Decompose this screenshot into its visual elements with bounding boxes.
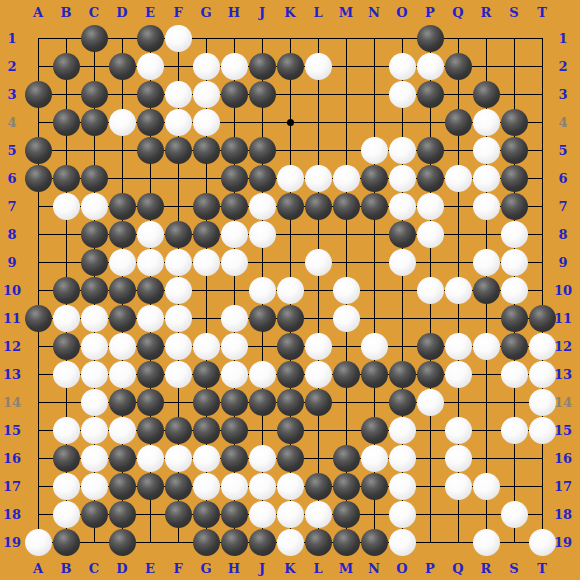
intersection-Q12[interactable] [444, 332, 472, 360]
intersection-G14[interactable] [192, 388, 220, 416]
intersection-K7[interactable] [276, 192, 304, 220]
intersection-S12[interactable] [500, 332, 528, 360]
intersection-T1[interactable] [528, 24, 556, 52]
intersection-H18[interactable] [220, 500, 248, 528]
intersection-O4[interactable] [388, 108, 416, 136]
intersection-D6[interactable] [108, 164, 136, 192]
intersection-O13[interactable] [388, 360, 416, 388]
intersection-O1[interactable] [388, 24, 416, 52]
intersection-O11[interactable] [388, 304, 416, 332]
intersection-L8[interactable] [304, 220, 332, 248]
intersection-F6[interactable] [164, 164, 192, 192]
intersection-G15[interactable] [192, 416, 220, 444]
intersection-G1[interactable] [192, 24, 220, 52]
intersection-B19[interactable] [52, 528, 80, 556]
intersection-C13[interactable] [80, 360, 108, 388]
intersection-N6[interactable] [360, 164, 388, 192]
intersection-T14[interactable] [528, 388, 556, 416]
intersection-Q15[interactable] [444, 416, 472, 444]
intersection-J3[interactable] [248, 80, 276, 108]
intersection-F11[interactable] [164, 304, 192, 332]
intersection-B10[interactable] [52, 276, 80, 304]
intersection-S17[interactable] [500, 472, 528, 500]
intersection-P10[interactable] [416, 276, 444, 304]
intersection-N1[interactable] [360, 24, 388, 52]
intersection-D11[interactable] [108, 304, 136, 332]
intersection-J14[interactable] [248, 388, 276, 416]
intersection-B5[interactable] [52, 136, 80, 164]
intersection-D5[interactable] [108, 136, 136, 164]
intersection-T13[interactable] [528, 360, 556, 388]
intersection-K19[interactable] [276, 528, 304, 556]
intersection-D15[interactable] [108, 416, 136, 444]
intersection-Q4[interactable] [444, 108, 472, 136]
intersection-R17[interactable] [472, 472, 500, 500]
intersection-Q9[interactable] [444, 248, 472, 276]
intersection-L13[interactable] [304, 360, 332, 388]
intersection-P18[interactable] [416, 500, 444, 528]
intersection-H1[interactable] [220, 24, 248, 52]
intersection-P5[interactable] [416, 136, 444, 164]
intersection-E10[interactable] [136, 276, 164, 304]
intersection-E3[interactable] [136, 80, 164, 108]
intersection-O16[interactable] [388, 444, 416, 472]
intersection-A16[interactable] [24, 444, 52, 472]
intersection-J16[interactable] [248, 444, 276, 472]
intersection-G4[interactable] [192, 108, 220, 136]
intersection-O17[interactable] [388, 472, 416, 500]
intersection-F14[interactable] [164, 388, 192, 416]
intersection-T4[interactable] [528, 108, 556, 136]
intersection-T6[interactable] [528, 164, 556, 192]
intersection-B11[interactable] [52, 304, 80, 332]
intersection-R12[interactable] [472, 332, 500, 360]
intersection-S9[interactable] [500, 248, 528, 276]
intersection-O6[interactable] [388, 164, 416, 192]
intersection-R4[interactable] [472, 108, 500, 136]
intersection-B18[interactable] [52, 500, 80, 528]
intersection-K8[interactable] [276, 220, 304, 248]
intersection-P9[interactable] [416, 248, 444, 276]
intersection-G9[interactable] [192, 248, 220, 276]
intersection-N3[interactable] [360, 80, 388, 108]
intersection-R16[interactable] [472, 444, 500, 472]
intersection-K6[interactable] [276, 164, 304, 192]
intersection-L15[interactable] [304, 416, 332, 444]
intersection-A8[interactable] [24, 220, 52, 248]
intersection-J6[interactable] [248, 164, 276, 192]
intersection-E15[interactable] [136, 416, 164, 444]
intersection-P11[interactable] [416, 304, 444, 332]
intersection-M7[interactable] [332, 192, 360, 220]
intersection-E13[interactable] [136, 360, 164, 388]
intersection-D3[interactable] [108, 80, 136, 108]
intersection-M3[interactable] [332, 80, 360, 108]
intersection-O19[interactable] [388, 528, 416, 556]
intersection-M12[interactable] [332, 332, 360, 360]
intersection-D18[interactable] [108, 500, 136, 528]
intersection-H16[interactable] [220, 444, 248, 472]
intersection-K1[interactable] [276, 24, 304, 52]
intersection-C19[interactable] [80, 528, 108, 556]
intersection-A13[interactable] [24, 360, 52, 388]
intersection-F1[interactable] [164, 24, 192, 52]
intersection-S8[interactable] [500, 220, 528, 248]
intersection-P15[interactable] [416, 416, 444, 444]
intersection-J1[interactable] [248, 24, 276, 52]
intersection-S16[interactable] [500, 444, 528, 472]
intersection-G13[interactable] [192, 360, 220, 388]
intersection-E8[interactable] [136, 220, 164, 248]
intersection-O14[interactable] [388, 388, 416, 416]
intersection-Q10[interactable] [444, 276, 472, 304]
intersection-B14[interactable] [52, 388, 80, 416]
intersection-R2[interactable] [472, 52, 500, 80]
intersection-E19[interactable] [136, 528, 164, 556]
intersection-S19[interactable] [500, 528, 528, 556]
intersection-C5[interactable] [80, 136, 108, 164]
intersection-M1[interactable] [332, 24, 360, 52]
intersection-O15[interactable] [388, 416, 416, 444]
intersection-L7[interactable] [304, 192, 332, 220]
intersection-J10[interactable] [248, 276, 276, 304]
intersection-G8[interactable] [192, 220, 220, 248]
intersection-J12[interactable] [248, 332, 276, 360]
intersection-G18[interactable] [192, 500, 220, 528]
intersection-M8[interactable] [332, 220, 360, 248]
intersection-M18[interactable] [332, 500, 360, 528]
intersection-R7[interactable] [472, 192, 500, 220]
intersection-B8[interactable] [52, 220, 80, 248]
intersection-A9[interactable] [24, 248, 52, 276]
intersection-B15[interactable] [52, 416, 80, 444]
intersection-A11[interactable] [24, 304, 52, 332]
intersection-C6[interactable] [80, 164, 108, 192]
intersection-G7[interactable] [192, 192, 220, 220]
intersection-J15[interactable] [248, 416, 276, 444]
intersection-F4[interactable] [164, 108, 192, 136]
intersection-Q18[interactable] [444, 500, 472, 528]
intersection-F2[interactable] [164, 52, 192, 80]
intersection-N7[interactable] [360, 192, 388, 220]
intersection-C1[interactable] [80, 24, 108, 52]
intersection-C15[interactable] [80, 416, 108, 444]
intersection-K10[interactable] [276, 276, 304, 304]
intersection-E14[interactable] [136, 388, 164, 416]
intersection-A12[interactable] [24, 332, 52, 360]
intersection-B6[interactable] [52, 164, 80, 192]
intersection-F12[interactable] [164, 332, 192, 360]
intersection-L10[interactable] [304, 276, 332, 304]
intersection-K2[interactable] [276, 52, 304, 80]
intersection-S10[interactable] [500, 276, 528, 304]
intersection-B17[interactable] [52, 472, 80, 500]
intersection-A4[interactable] [24, 108, 52, 136]
intersection-D16[interactable] [108, 444, 136, 472]
intersection-L2[interactable] [304, 52, 332, 80]
intersection-P14[interactable] [416, 388, 444, 416]
intersection-D1[interactable] [108, 24, 136, 52]
intersection-L5[interactable] [304, 136, 332, 164]
intersection-A19[interactable] [24, 528, 52, 556]
intersection-N16[interactable] [360, 444, 388, 472]
intersection-M15[interactable] [332, 416, 360, 444]
intersection-S1[interactable] [500, 24, 528, 52]
intersection-L17[interactable] [304, 472, 332, 500]
intersection-A14[interactable] [24, 388, 52, 416]
intersection-L11[interactable] [304, 304, 332, 332]
intersection-T17[interactable] [528, 472, 556, 500]
intersection-G10[interactable] [192, 276, 220, 304]
intersection-M13[interactable] [332, 360, 360, 388]
intersection-R3[interactable] [472, 80, 500, 108]
intersection-F13[interactable] [164, 360, 192, 388]
intersection-B2[interactable] [52, 52, 80, 80]
intersection-P19[interactable] [416, 528, 444, 556]
intersection-O3[interactable] [388, 80, 416, 108]
intersection-M17[interactable] [332, 472, 360, 500]
intersection-J17[interactable] [248, 472, 276, 500]
intersection-S15[interactable] [500, 416, 528, 444]
intersection-G6[interactable] [192, 164, 220, 192]
intersection-T9[interactable] [528, 248, 556, 276]
intersection-K4[interactable] [276, 108, 304, 136]
intersection-M16[interactable] [332, 444, 360, 472]
intersection-P17[interactable] [416, 472, 444, 500]
intersection-N15[interactable] [360, 416, 388, 444]
intersection-S13[interactable] [500, 360, 528, 388]
intersection-F15[interactable] [164, 416, 192, 444]
intersection-E16[interactable] [136, 444, 164, 472]
intersection-K15[interactable] [276, 416, 304, 444]
intersection-E17[interactable] [136, 472, 164, 500]
intersection-T5[interactable] [528, 136, 556, 164]
intersection-G5[interactable] [192, 136, 220, 164]
intersection-T7[interactable] [528, 192, 556, 220]
intersection-B16[interactable] [52, 444, 80, 472]
intersection-S3[interactable] [500, 80, 528, 108]
intersection-C10[interactable] [80, 276, 108, 304]
intersection-L4[interactable] [304, 108, 332, 136]
intersection-S7[interactable] [500, 192, 528, 220]
intersection-O2[interactable] [388, 52, 416, 80]
intersection-H8[interactable] [220, 220, 248, 248]
intersection-R18[interactable] [472, 500, 500, 528]
intersection-H6[interactable] [220, 164, 248, 192]
intersection-S14[interactable] [500, 388, 528, 416]
intersection-N13[interactable] [360, 360, 388, 388]
intersection-N18[interactable] [360, 500, 388, 528]
intersection-A2[interactable] [24, 52, 52, 80]
intersection-L14[interactable] [304, 388, 332, 416]
intersection-D9[interactable] [108, 248, 136, 276]
intersection-M19[interactable] [332, 528, 360, 556]
intersection-D12[interactable] [108, 332, 136, 360]
intersection-C3[interactable] [80, 80, 108, 108]
intersection-R11[interactable] [472, 304, 500, 332]
intersection-C17[interactable] [80, 472, 108, 500]
intersection-A15[interactable] [24, 416, 52, 444]
intersection-L16[interactable] [304, 444, 332, 472]
intersection-P16[interactable] [416, 444, 444, 472]
intersection-C7[interactable] [80, 192, 108, 220]
intersection-T15[interactable] [528, 416, 556, 444]
intersection-T18[interactable] [528, 500, 556, 528]
intersection-N5[interactable] [360, 136, 388, 164]
intersection-P7[interactable] [416, 192, 444, 220]
intersection-R10[interactable] [472, 276, 500, 304]
intersection-S5[interactable] [500, 136, 528, 164]
intersection-M6[interactable] [332, 164, 360, 192]
intersection-E12[interactable] [136, 332, 164, 360]
intersection-N10[interactable] [360, 276, 388, 304]
intersection-N17[interactable] [360, 472, 388, 500]
intersection-T19[interactable] [528, 528, 556, 556]
intersection-J19[interactable] [248, 528, 276, 556]
intersection-F9[interactable] [164, 248, 192, 276]
intersection-H15[interactable] [220, 416, 248, 444]
intersection-H10[interactable] [220, 276, 248, 304]
intersection-R14[interactable] [472, 388, 500, 416]
intersection-G11[interactable] [192, 304, 220, 332]
intersection-J5[interactable] [248, 136, 276, 164]
intersection-T10[interactable] [528, 276, 556, 304]
intersection-B1[interactable] [52, 24, 80, 52]
intersection-E2[interactable] [136, 52, 164, 80]
intersection-F18[interactable] [164, 500, 192, 528]
intersection-G19[interactable] [192, 528, 220, 556]
intersection-D13[interactable] [108, 360, 136, 388]
intersection-S6[interactable] [500, 164, 528, 192]
intersection-N14[interactable] [360, 388, 388, 416]
intersection-E9[interactable] [136, 248, 164, 276]
intersection-F5[interactable] [164, 136, 192, 164]
intersection-P3[interactable] [416, 80, 444, 108]
intersection-E11[interactable] [136, 304, 164, 332]
intersection-Q11[interactable] [444, 304, 472, 332]
intersection-A3[interactable] [24, 80, 52, 108]
intersection-G3[interactable] [192, 80, 220, 108]
intersection-C2[interactable] [80, 52, 108, 80]
intersection-B4[interactable] [52, 108, 80, 136]
intersection-J18[interactable] [248, 500, 276, 528]
intersection-F17[interactable] [164, 472, 192, 500]
intersection-L1[interactable] [304, 24, 332, 52]
intersection-B3[interactable] [52, 80, 80, 108]
intersection-T16[interactable] [528, 444, 556, 472]
intersection-D8[interactable] [108, 220, 136, 248]
intersection-R6[interactable] [472, 164, 500, 192]
intersection-H12[interactable] [220, 332, 248, 360]
intersection-D19[interactable] [108, 528, 136, 556]
intersection-E1[interactable] [136, 24, 164, 52]
intersection-B13[interactable] [52, 360, 80, 388]
intersection-H13[interactable] [220, 360, 248, 388]
intersection-N2[interactable] [360, 52, 388, 80]
intersection-J4[interactable] [248, 108, 276, 136]
intersection-E7[interactable] [136, 192, 164, 220]
intersection-P4[interactable] [416, 108, 444, 136]
intersection-M5[interactable] [332, 136, 360, 164]
intersection-C18[interactable] [80, 500, 108, 528]
intersection-N12[interactable] [360, 332, 388, 360]
intersection-A17[interactable] [24, 472, 52, 500]
intersection-K12[interactable] [276, 332, 304, 360]
intersection-K3[interactable] [276, 80, 304, 108]
intersection-D7[interactable] [108, 192, 136, 220]
intersection-E5[interactable] [136, 136, 164, 164]
intersection-O10[interactable] [388, 276, 416, 304]
intersection-F3[interactable] [164, 80, 192, 108]
intersection-L3[interactable] [304, 80, 332, 108]
intersection-G16[interactable] [192, 444, 220, 472]
intersection-H14[interactable] [220, 388, 248, 416]
intersection-Q16[interactable] [444, 444, 472, 472]
intersection-Q6[interactable] [444, 164, 472, 192]
intersection-Q5[interactable] [444, 136, 472, 164]
intersection-L9[interactable] [304, 248, 332, 276]
intersection-K14[interactable] [276, 388, 304, 416]
intersection-G2[interactable] [192, 52, 220, 80]
intersection-K17[interactable] [276, 472, 304, 500]
intersection-M10[interactable] [332, 276, 360, 304]
intersection-Q19[interactable] [444, 528, 472, 556]
intersection-S2[interactable] [500, 52, 528, 80]
intersection-G12[interactable] [192, 332, 220, 360]
intersection-Q13[interactable] [444, 360, 472, 388]
intersection-P12[interactable] [416, 332, 444, 360]
intersection-H9[interactable] [220, 248, 248, 276]
intersection-O9[interactable] [388, 248, 416, 276]
intersection-R5[interactable] [472, 136, 500, 164]
intersection-H2[interactable] [220, 52, 248, 80]
intersection-C8[interactable] [80, 220, 108, 248]
intersection-H19[interactable] [220, 528, 248, 556]
intersection-K9[interactable] [276, 248, 304, 276]
intersection-L12[interactable] [304, 332, 332, 360]
intersection-K11[interactable] [276, 304, 304, 332]
intersection-S11[interactable] [500, 304, 528, 332]
intersection-E4[interactable] [136, 108, 164, 136]
intersection-B9[interactable] [52, 248, 80, 276]
intersection-L6[interactable] [304, 164, 332, 192]
intersection-Q17[interactable] [444, 472, 472, 500]
intersection-O12[interactable] [388, 332, 416, 360]
intersection-Q7[interactable] [444, 192, 472, 220]
intersection-R13[interactable] [472, 360, 500, 388]
intersection-D10[interactable] [108, 276, 136, 304]
intersection-P6[interactable] [416, 164, 444, 192]
intersection-Q14[interactable] [444, 388, 472, 416]
intersection-R1[interactable] [472, 24, 500, 52]
intersection-A6[interactable] [24, 164, 52, 192]
intersection-H5[interactable] [220, 136, 248, 164]
intersection-O8[interactable] [388, 220, 416, 248]
intersection-P1[interactable] [416, 24, 444, 52]
intersection-O18[interactable] [388, 500, 416, 528]
intersection-D4[interactable] [108, 108, 136, 136]
intersection-Q1[interactable] [444, 24, 472, 52]
intersection-N9[interactable] [360, 248, 388, 276]
intersection-Q2[interactable] [444, 52, 472, 80]
intersection-F10[interactable] [164, 276, 192, 304]
intersection-F16[interactable] [164, 444, 192, 472]
intersection-L18[interactable] [304, 500, 332, 528]
intersection-B7[interactable] [52, 192, 80, 220]
intersection-T2[interactable] [528, 52, 556, 80]
intersection-E18[interactable] [136, 500, 164, 528]
intersection-C9[interactable] [80, 248, 108, 276]
